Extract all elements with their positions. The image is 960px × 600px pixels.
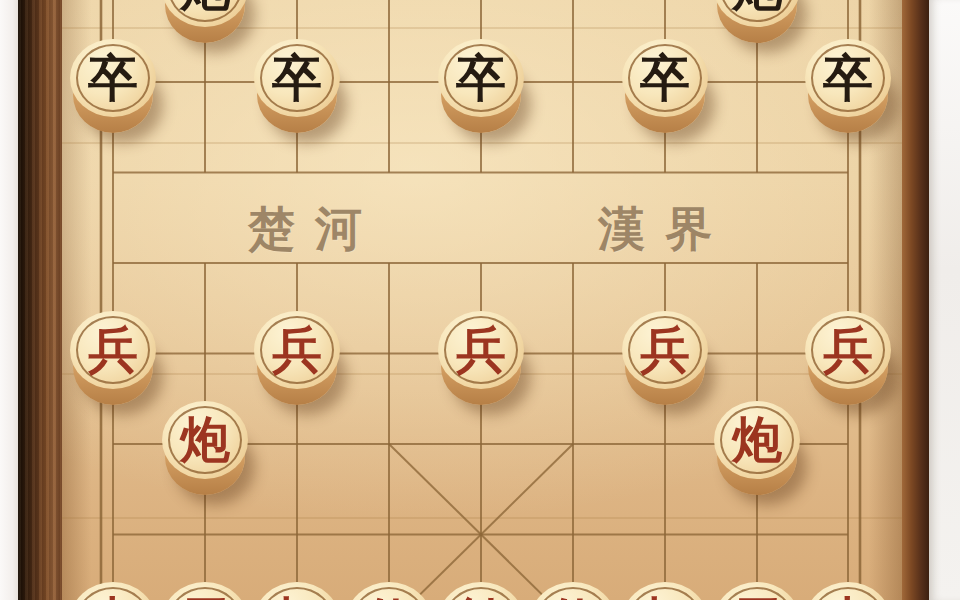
- red-general-piece[interactable]: 帥: [438, 582, 524, 600]
- piece-glyph: 卒: [805, 39, 891, 117]
- piece-glyph: 卒: [622, 39, 708, 117]
- board-frame-right: [902, 0, 929, 600]
- piece-glyph: 兵: [622, 311, 708, 389]
- piece-glyph: 帥: [438, 582, 524, 600]
- red-horse-piece[interactable]: 馬: [714, 582, 800, 600]
- black-soldier-piece[interactable]: 卒: [622, 39, 708, 135]
- red-chariot-piece[interactable]: 車: [70, 582, 156, 600]
- red-elephant-piece[interactable]: 相: [254, 582, 340, 600]
- black-soldier-piece[interactable]: 卒: [70, 39, 156, 135]
- xiangqi-app-screen: 楚河 漢界 炮炮卒卒卒卒卒兵兵兵兵兵炮炮車馬相仕帥仕相馬車: [0, 0, 960, 600]
- black-soldier-piece[interactable]: 卒: [438, 39, 524, 135]
- red-soldier-piece[interactable]: 兵: [622, 311, 708, 407]
- red-cannon-piece[interactable]: 炮: [714, 401, 800, 497]
- red-elephant-piece[interactable]: 相: [622, 582, 708, 600]
- page-background-right: [929, 0, 960, 600]
- black-soldier-piece[interactable]: 卒: [254, 39, 340, 135]
- piece-glyph: 炮: [714, 401, 800, 479]
- piece-glyph: 炮: [714, 0, 800, 27]
- red-soldier-piece[interactable]: 兵: [438, 311, 524, 407]
- red-soldier-piece[interactable]: 兵: [254, 311, 340, 407]
- black-soldier-piece[interactable]: 卒: [805, 39, 891, 135]
- board-frame-left: [18, 0, 62, 600]
- page-background-left: [0, 0, 18, 600]
- piece-glyph: 卒: [438, 39, 524, 117]
- piece-glyph: 卒: [254, 39, 340, 117]
- red-advisor-piece[interactable]: 仕: [346, 582, 432, 600]
- piece-glyph: 卒: [70, 39, 156, 117]
- red-chariot-piece[interactable]: 車: [805, 582, 891, 600]
- piece-glyph: 兵: [805, 311, 891, 389]
- black-cannon-piece[interactable]: 炮: [714, 0, 800, 45]
- black-cannon-piece[interactable]: 炮: [162, 0, 248, 45]
- piece-glyph: 馬: [162, 582, 248, 600]
- red-soldier-piece[interactable]: 兵: [70, 311, 156, 407]
- red-soldier-piece[interactable]: 兵: [805, 311, 891, 407]
- piece-glyph: 相: [254, 582, 340, 600]
- red-horse-piece[interactable]: 馬: [162, 582, 248, 600]
- red-cannon-piece[interactable]: 炮: [162, 401, 248, 497]
- piece-glyph: 兵: [438, 311, 524, 389]
- board-surface[interactable]: 楚河 漢界 炮炮卒卒卒卒卒兵兵兵兵兵炮炮車馬相仕帥仕相馬車: [62, 0, 902, 600]
- red-advisor-piece[interactable]: 仕: [530, 582, 616, 600]
- piece-glyph: 炮: [162, 0, 248, 27]
- piece-glyph: 相: [622, 582, 708, 600]
- piece-glyph: 炮: [162, 401, 248, 479]
- piece-glyph: 車: [805, 582, 891, 600]
- piece-glyph: 仕: [346, 582, 432, 600]
- piece-glyph: 兵: [254, 311, 340, 389]
- piece-glyph: 馬: [714, 582, 800, 600]
- piece-glyph: 仕: [530, 582, 616, 600]
- piece-glyph: 兵: [70, 311, 156, 389]
- piece-glyph: 車: [70, 582, 156, 600]
- pieces-layer: 炮炮卒卒卒卒卒兵兵兵兵兵炮炮車馬相仕帥仕相馬車: [62, 0, 902, 600]
